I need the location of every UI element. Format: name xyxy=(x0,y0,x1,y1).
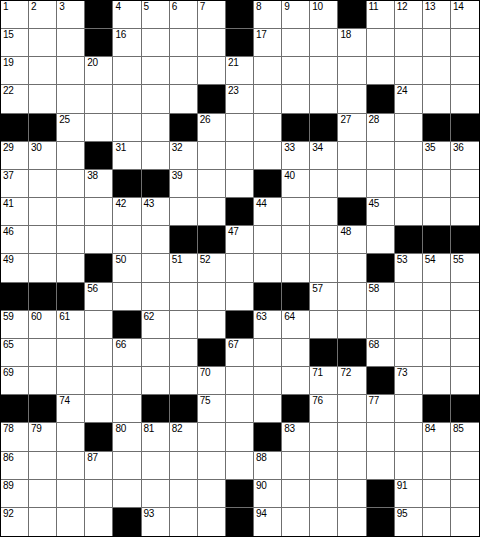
clue-number: 64 xyxy=(284,311,295,322)
cell-r16c15[interactable] xyxy=(395,423,423,451)
cell-r14c16[interactable] xyxy=(423,367,451,395)
cell-r19c2[interactable] xyxy=(29,508,57,536)
cell-r6c16[interactable]: 35 xyxy=(423,142,451,170)
clue-number: 37 xyxy=(3,170,14,181)
cell-r6c2[interactable]: 30 xyxy=(29,142,57,170)
cell-r18c1[interactable]: 89 xyxy=(1,480,29,508)
cell-r14c9[interactable] xyxy=(226,367,254,395)
cell-r1c15[interactable]: 12 xyxy=(395,1,423,29)
cell-r2c14[interactable] xyxy=(367,29,395,57)
cell-r18c5[interactable] xyxy=(113,480,141,508)
cell-r3c2[interactable] xyxy=(29,57,57,85)
clue-number: 52 xyxy=(200,254,211,265)
cell-r15c8[interactable]: 75 xyxy=(198,395,226,423)
cell-r2c13[interactable]: 18 xyxy=(338,29,366,57)
cell-r15c3[interactable]: 74 xyxy=(57,395,85,423)
cell-r9c11[interactable] xyxy=(282,226,310,254)
cell-r7c11[interactable]: 40 xyxy=(282,170,310,198)
cell-r13c16[interactable] xyxy=(423,339,451,367)
cell-r18c2[interactable] xyxy=(29,480,57,508)
black-cell-r8c9 xyxy=(226,198,254,226)
cell-r3c15[interactable] xyxy=(395,57,423,85)
cell-r11c8[interactable] xyxy=(198,283,226,311)
cell-r7c16[interactable] xyxy=(423,170,451,198)
cell-r13c2[interactable] xyxy=(29,339,57,367)
cell-r4c15[interactable]: 24 xyxy=(395,85,423,113)
cell-r8c10[interactable]: 44 xyxy=(254,198,282,226)
cell-r7c3[interactable] xyxy=(57,170,85,198)
cell-r16c1[interactable]: 78 xyxy=(1,423,29,451)
cell-r8c2[interactable] xyxy=(29,198,57,226)
black-cell-r14c14 xyxy=(367,367,395,395)
cell-r9c12[interactable] xyxy=(310,226,338,254)
cell-r18c6[interactable] xyxy=(142,480,170,508)
cell-r3c14[interactable] xyxy=(367,57,395,85)
cell-r19c4[interactable] xyxy=(85,508,113,536)
cell-r2c12[interactable] xyxy=(310,29,338,57)
cell-r15c10[interactable] xyxy=(254,395,282,423)
cell-r5c14[interactable]: 28 xyxy=(367,114,395,142)
cell-r7c4[interactable]: 38 xyxy=(85,170,113,198)
cell-r14c5[interactable] xyxy=(113,367,141,395)
cell-r11c17[interactable] xyxy=(451,283,479,311)
cell-r18c7[interactable] xyxy=(170,480,198,508)
cell-r15c5[interactable] xyxy=(113,395,141,423)
cell-r14c12[interactable]: 71 xyxy=(310,367,338,395)
cell-r12c3[interactable]: 61 xyxy=(57,311,85,339)
cell-r9c13[interactable]: 48 xyxy=(338,226,366,254)
cell-r4c5[interactable] xyxy=(113,85,141,113)
cell-r17c6[interactable] xyxy=(142,452,170,480)
cell-r1c16[interactable]: 13 xyxy=(423,1,451,29)
cell-r16c13[interactable] xyxy=(338,423,366,451)
cell-r7c15[interactable] xyxy=(395,170,423,198)
clue-number: 38 xyxy=(87,170,98,181)
cell-r12c16[interactable] xyxy=(423,311,451,339)
cell-r16c7[interactable]: 82 xyxy=(170,423,198,451)
clue-number: 44 xyxy=(256,198,267,209)
cell-r6c13[interactable] xyxy=(338,142,366,170)
cell-r9c6[interactable] xyxy=(142,226,170,254)
cell-r1c11[interactable]: 9 xyxy=(282,1,310,29)
cell-r19c8[interactable] xyxy=(198,508,226,536)
cell-r2c1[interactable]: 15 xyxy=(1,29,29,57)
cell-r14c17[interactable] xyxy=(451,367,479,395)
clue-number: 57 xyxy=(312,283,323,294)
cell-r3c1[interactable]: 19 xyxy=(1,57,29,85)
cell-r3c10[interactable] xyxy=(254,57,282,85)
cell-r6c6[interactable] xyxy=(142,142,170,170)
cell-r5c8[interactable]: 26 xyxy=(198,114,226,142)
cell-r7c7[interactable]: 39 xyxy=(170,170,198,198)
cell-r17c8[interactable] xyxy=(198,452,226,480)
cell-r1c12[interactable]: 10 xyxy=(310,1,338,29)
cell-r5c4[interactable] xyxy=(85,114,113,142)
cell-r17c17[interactable] xyxy=(451,452,479,480)
cell-r12c17[interactable] xyxy=(451,311,479,339)
cell-r2c10[interactable]: 17 xyxy=(254,29,282,57)
cell-r4c7[interactable] xyxy=(170,85,198,113)
cell-r18c4[interactable] xyxy=(85,480,113,508)
cell-r13c3[interactable] xyxy=(57,339,85,367)
cell-r8c15[interactable] xyxy=(395,198,423,226)
cell-r2c6[interactable] xyxy=(142,29,170,57)
cell-r6c9[interactable] xyxy=(226,142,254,170)
cell-r2c17[interactable] xyxy=(451,29,479,57)
clue-number: 54 xyxy=(425,254,436,265)
cell-r6c17[interactable]: 36 xyxy=(451,142,479,170)
cell-r8c8[interactable] xyxy=(198,198,226,226)
cell-r2c11[interactable] xyxy=(282,29,310,57)
cell-r9c4[interactable] xyxy=(85,226,113,254)
cell-r7c12[interactable] xyxy=(310,170,338,198)
cell-r10c5[interactable]: 50 xyxy=(113,254,141,282)
cell-r2c7[interactable] xyxy=(170,29,198,57)
cell-r11c6[interactable] xyxy=(142,283,170,311)
cell-r10c13[interactable] xyxy=(338,254,366,282)
cell-r19c7[interactable] xyxy=(170,508,198,536)
cell-r19c17[interactable] xyxy=(451,508,479,536)
cell-r14c4[interactable] xyxy=(85,367,113,395)
cell-r11c16[interactable] xyxy=(423,283,451,311)
cell-r7c14[interactable] xyxy=(367,170,395,198)
cell-r6c10[interactable] xyxy=(254,142,282,170)
cell-r18c15[interactable]: 91 xyxy=(395,480,423,508)
cell-r16c8[interactable] xyxy=(198,423,226,451)
cell-r9c1[interactable]: 46 xyxy=(1,226,29,254)
cell-r10c1[interactable]: 49 xyxy=(1,254,29,282)
cell-r19c13[interactable] xyxy=(338,508,366,536)
cell-r13c7[interactable] xyxy=(170,339,198,367)
cell-r18c3[interactable] xyxy=(57,480,85,508)
cell-r10c12[interactable] xyxy=(310,254,338,282)
cell-r7c8[interactable] xyxy=(198,170,226,198)
cell-r4c1[interactable]: 22 xyxy=(1,85,29,113)
cell-r10c6[interactable] xyxy=(142,254,170,282)
clue-number: 85 xyxy=(453,423,464,434)
cell-r1c14[interactable]: 11 xyxy=(367,1,395,29)
cell-r4c6[interactable] xyxy=(142,85,170,113)
cell-r16c5[interactable]: 80 xyxy=(113,423,141,451)
black-cell-r18c14 xyxy=(367,480,395,508)
cell-r3c16[interactable] xyxy=(423,57,451,85)
cell-r9c5[interactable] xyxy=(113,226,141,254)
cell-r1c8[interactable]: 7 xyxy=(198,1,226,29)
clue-number: 71 xyxy=(312,367,323,378)
cell-r10c2[interactable] xyxy=(29,254,57,282)
cell-r14c15[interactable]: 73 xyxy=(395,367,423,395)
cell-r7c2[interactable] xyxy=(29,170,57,198)
clue-number: 46 xyxy=(3,226,14,237)
cell-r6c3[interactable] xyxy=(57,142,85,170)
clue-number: 51 xyxy=(172,254,183,265)
cell-r3c6[interactable] xyxy=(142,57,170,85)
cell-r14c7[interactable] xyxy=(170,367,198,395)
cell-r8c5[interactable]: 42 xyxy=(113,198,141,226)
cell-r10c15[interactable]: 53 xyxy=(395,254,423,282)
cell-r16c2[interactable]: 79 xyxy=(29,423,57,451)
cell-r19c12[interactable] xyxy=(310,508,338,536)
cell-r17c3[interactable] xyxy=(57,452,85,480)
cell-r15c13[interactable] xyxy=(338,395,366,423)
cell-r11c5[interactable] xyxy=(113,283,141,311)
cell-r16c6[interactable]: 81 xyxy=(142,423,170,451)
cell-r5c15[interactable] xyxy=(395,114,423,142)
cell-r9c2[interactable] xyxy=(29,226,57,254)
cell-r17c1[interactable]: 86 xyxy=(1,452,29,480)
cell-r2c2[interactable] xyxy=(29,29,57,57)
cell-r13c10[interactable] xyxy=(254,339,282,367)
clue-number: 87 xyxy=(87,452,98,463)
cell-r12c13[interactable] xyxy=(338,311,366,339)
cell-r19c16[interactable] xyxy=(423,508,451,536)
cell-r2c15[interactable] xyxy=(395,29,423,57)
cell-r7c13[interactable] xyxy=(338,170,366,198)
cell-r13c9[interactable]: 67 xyxy=(226,339,254,367)
cell-r9c9[interactable]: 47 xyxy=(226,226,254,254)
cell-r17c7[interactable] xyxy=(170,452,198,480)
cell-r6c8[interactable] xyxy=(198,142,226,170)
cell-r1c10[interactable]: 8 xyxy=(254,1,282,29)
cell-r8c4[interactable] xyxy=(85,198,113,226)
cell-r17c12[interactable] xyxy=(310,452,338,480)
cell-r19c10[interactable]: 94 xyxy=(254,508,282,536)
cell-r9c10[interactable] xyxy=(254,226,282,254)
cell-r14c1[interactable]: 69 xyxy=(1,367,29,395)
cell-r15c9[interactable] xyxy=(226,395,254,423)
cell-r18c16[interactable] xyxy=(423,480,451,508)
cell-r13c11[interactable] xyxy=(282,339,310,367)
clue-number: 94 xyxy=(256,508,267,519)
cell-r5c6[interactable] xyxy=(142,114,170,142)
cell-r3c9[interactable]: 21 xyxy=(226,57,254,85)
cell-r18c8[interactable] xyxy=(198,480,226,508)
cell-r7c1[interactable]: 37 xyxy=(1,170,29,198)
cell-r13c17[interactable] xyxy=(451,339,479,367)
cell-r6c14[interactable] xyxy=(367,142,395,170)
cell-r4c3[interactable] xyxy=(57,85,85,113)
cell-r19c15[interactable]: 95 xyxy=(395,508,423,536)
cell-r19c6[interactable]: 93 xyxy=(142,508,170,536)
clue-number: 4 xyxy=(115,1,120,12)
cell-r16c9[interactable] xyxy=(226,423,254,451)
cell-r18c17[interactable] xyxy=(451,480,479,508)
cell-r18c12[interactable] xyxy=(310,480,338,508)
cell-r16c11[interactable]: 83 xyxy=(282,423,310,451)
cell-r2c16[interactable] xyxy=(423,29,451,57)
cell-r5c10[interactable] xyxy=(254,114,282,142)
cell-r17c5[interactable] xyxy=(113,452,141,480)
cell-r18c13[interactable] xyxy=(338,480,366,508)
cell-r8c16[interactable] xyxy=(423,198,451,226)
cell-r1c1[interactable]: 1 xyxy=(1,1,29,29)
cell-r17c11[interactable] xyxy=(282,452,310,480)
cell-r8c3[interactable] xyxy=(57,198,85,226)
cell-r9c3[interactable] xyxy=(57,226,85,254)
cell-r3c4[interactable]: 20 xyxy=(85,57,113,85)
cell-r16c17[interactable]: 85 xyxy=(451,423,479,451)
cell-r6c1[interactable]: 29 xyxy=(1,142,29,170)
cell-r4c11[interactable] xyxy=(282,85,310,113)
cell-r15c15[interactable] xyxy=(395,395,423,423)
cell-r11c9[interactable] xyxy=(226,283,254,311)
cell-r10c17[interactable]: 55 xyxy=(451,254,479,282)
cell-r3c8[interactable] xyxy=(198,57,226,85)
cell-r3c17[interactable] xyxy=(451,57,479,85)
cell-r6c11[interactable]: 33 xyxy=(282,142,310,170)
cell-r18c10[interactable]: 90 xyxy=(254,480,282,508)
cell-r17c2[interactable] xyxy=(29,452,57,480)
black-cell-r9c17 xyxy=(451,226,479,254)
cell-r17c4[interactable]: 87 xyxy=(85,452,113,480)
cell-r3c5[interactable] xyxy=(113,57,141,85)
cell-r14c11[interactable] xyxy=(282,367,310,395)
cell-r4c16[interactable] xyxy=(423,85,451,113)
cell-r15c14[interactable]: 77 xyxy=(367,395,395,423)
cell-r12c8[interactable] xyxy=(198,311,226,339)
black-cell-r18c9 xyxy=(226,480,254,508)
cell-r15c4[interactable] xyxy=(85,395,113,423)
cell-r8c1[interactable]: 41 xyxy=(1,198,29,226)
cell-r4c9[interactable]: 23 xyxy=(226,85,254,113)
cell-r10c11[interactable] xyxy=(282,254,310,282)
cell-r4c2[interactable] xyxy=(29,85,57,113)
cell-r17c9[interactable] xyxy=(226,452,254,480)
cell-r12c1[interactable]: 59 xyxy=(1,311,29,339)
cell-r12c15[interactable] xyxy=(395,311,423,339)
cell-r8c12[interactable] xyxy=(310,198,338,226)
cell-r14c13[interactable]: 72 xyxy=(338,367,366,395)
cell-r14c2[interactable] xyxy=(29,367,57,395)
cell-r17c15[interactable] xyxy=(395,452,423,480)
cell-r1c7[interactable]: 6 xyxy=(170,1,198,29)
cell-r14c3[interactable] xyxy=(57,367,85,395)
cell-r3c3[interactable] xyxy=(57,57,85,85)
cell-r12c10[interactable]: 63 xyxy=(254,311,282,339)
cell-r17c14[interactable] xyxy=(367,452,395,480)
clue-number: 7 xyxy=(200,1,205,12)
cell-r3c13[interactable] xyxy=(338,57,366,85)
cell-r17c13[interactable] xyxy=(338,452,366,480)
cell-r1c5[interactable]: 4 xyxy=(113,1,141,29)
cell-r4c12[interactable] xyxy=(310,85,338,113)
cell-r10c7[interactable]: 51 xyxy=(170,254,198,282)
cell-r14c6[interactable] xyxy=(142,367,170,395)
cell-r5c3[interactable]: 25 xyxy=(57,114,85,142)
cell-r4c10[interactable] xyxy=(254,85,282,113)
cell-r5c5[interactable] xyxy=(113,114,141,142)
clue-number: 5 xyxy=(144,1,149,12)
cell-r4c13[interactable] xyxy=(338,85,366,113)
clue-number: 25 xyxy=(59,114,70,125)
clue-number: 17 xyxy=(256,29,267,40)
cell-r2c5[interactable]: 16 xyxy=(113,29,141,57)
cell-r8c7[interactable] xyxy=(170,198,198,226)
cell-r6c15[interactable] xyxy=(395,142,423,170)
cell-r11c7[interactable] xyxy=(170,283,198,311)
cell-r12c12[interactable] xyxy=(310,311,338,339)
cell-r13c6[interactable] xyxy=(142,339,170,367)
cell-r8c6[interactable]: 43 xyxy=(142,198,170,226)
cell-r13c4[interactable] xyxy=(85,339,113,367)
cell-r13c15[interactable] xyxy=(395,339,423,367)
cell-r5c13[interactable]: 27 xyxy=(338,114,366,142)
cell-r3c7[interactable] xyxy=(170,57,198,85)
cell-r13c1[interactable]: 65 xyxy=(1,339,29,367)
cell-r15c12[interactable]: 76 xyxy=(310,395,338,423)
cell-r10c3[interactable] xyxy=(57,254,85,282)
cell-r10c10[interactable] xyxy=(254,254,282,282)
cell-r6c7[interactable]: 32 xyxy=(170,142,198,170)
cell-r1c17[interactable]: 14 xyxy=(451,1,479,29)
cell-r11c15[interactable] xyxy=(395,283,423,311)
clue-number: 93 xyxy=(144,508,155,519)
cell-r13c14[interactable]: 68 xyxy=(367,339,395,367)
clue-number: 39 xyxy=(172,170,183,181)
cell-r10c9[interactable] xyxy=(226,254,254,282)
cell-r3c11[interactable] xyxy=(282,57,310,85)
cell-r2c3[interactable] xyxy=(57,29,85,57)
cell-r16c16[interactable]: 84 xyxy=(423,423,451,451)
cell-r1c6[interactable]: 5 xyxy=(142,1,170,29)
cell-r11c14[interactable]: 58 xyxy=(367,283,395,311)
cell-r9c14[interactable] xyxy=(367,226,395,254)
cell-r1c2[interactable]: 2 xyxy=(29,1,57,29)
cell-r17c10[interactable]: 88 xyxy=(254,452,282,480)
cell-r6c12[interactable]: 34 xyxy=(310,142,338,170)
cell-r17c16[interactable] xyxy=(423,452,451,480)
cell-r11c4[interactable]: 56 xyxy=(85,283,113,311)
cell-r10c16[interactable]: 54 xyxy=(423,254,451,282)
cell-r5c9[interactable] xyxy=(226,114,254,142)
cell-r8c14[interactable]: 45 xyxy=(367,198,395,226)
cell-r12c14[interactable] xyxy=(367,311,395,339)
cell-r14c10[interactable] xyxy=(254,367,282,395)
cell-r13c5[interactable]: 66 xyxy=(113,339,141,367)
clue-number: 76 xyxy=(312,395,323,406)
cell-r12c2[interactable]: 60 xyxy=(29,311,57,339)
cell-r19c1[interactable]: 92 xyxy=(1,508,29,536)
cell-r7c17[interactable] xyxy=(451,170,479,198)
black-cell-r5c11 xyxy=(282,114,310,142)
cell-r11c12[interactable]: 57 xyxy=(310,283,338,311)
cell-r18c11[interactable] xyxy=(282,480,310,508)
cell-r1c3[interactable]: 3 xyxy=(57,1,85,29)
cell-r4c4[interactable] xyxy=(85,85,113,113)
cell-r2c8[interactable] xyxy=(198,29,226,57)
cell-r3c12[interactable] xyxy=(310,57,338,85)
cell-r19c3[interactable] xyxy=(57,508,85,536)
cell-r16c14[interactable] xyxy=(367,423,395,451)
cell-r12c11[interactable]: 64 xyxy=(282,311,310,339)
cell-r4c17[interactable] xyxy=(451,85,479,113)
cell-r12c4[interactable] xyxy=(85,311,113,339)
cell-r16c3[interactable] xyxy=(57,423,85,451)
cell-r19c11[interactable] xyxy=(282,508,310,536)
cell-r7c9[interactable] xyxy=(226,170,254,198)
cell-r8c17[interactable] xyxy=(451,198,479,226)
cell-r12c6[interactable]: 62 xyxy=(142,311,170,339)
cell-r14c8[interactable]: 70 xyxy=(198,367,226,395)
clue-number: 24 xyxy=(397,85,408,96)
cell-r6c5[interactable]: 31 xyxy=(113,142,141,170)
cell-r8c11[interactable] xyxy=(282,198,310,226)
clue-number: 36 xyxy=(453,142,464,153)
cell-r16c12[interactable] xyxy=(310,423,338,451)
cell-r10c8[interactable]: 52 xyxy=(198,254,226,282)
cell-r12c7[interactable] xyxy=(170,311,198,339)
cell-r11c13[interactable] xyxy=(338,283,366,311)
